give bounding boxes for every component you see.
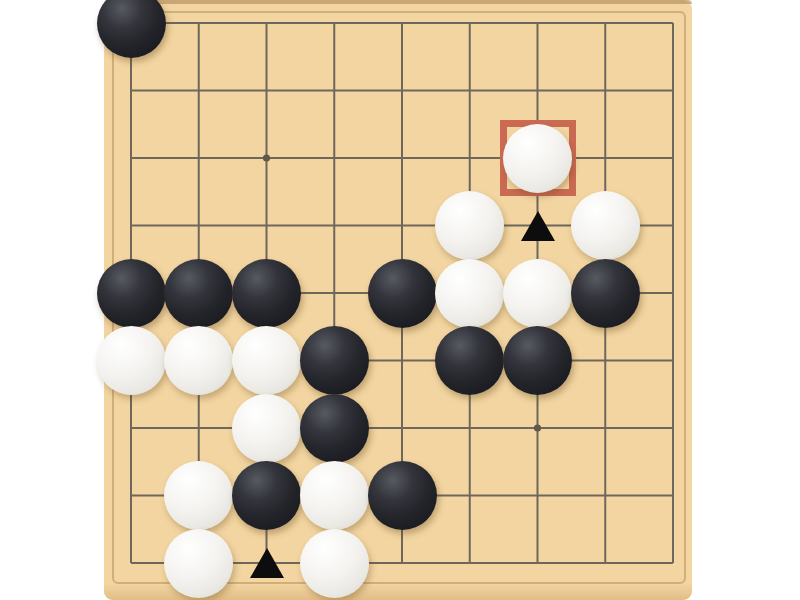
star-point — [398, 289, 405, 296]
go-board[interactable] — [104, 0, 692, 600]
board-grid — [104, 0, 692, 600]
star-point — [534, 424, 541, 431]
star-point — [263, 154, 270, 161]
star-point — [534, 154, 541, 161]
star-point — [263, 424, 270, 431]
page-background — [0, 0, 800, 600]
